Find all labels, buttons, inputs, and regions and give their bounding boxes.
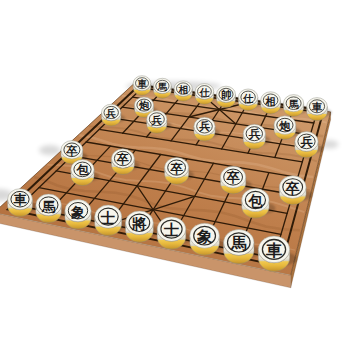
piece-character: 卒 (225, 170, 240, 185)
xiangqi-board[interactable]: 車馬相仕帥仕相馬炮車兵兵炮兵兵兵卒卒卒包卒卒車包馬象士將士象馬車 (0, 0, 350, 350)
piece-character: 兵 (249, 127, 261, 141)
piece-character: 卒 (65, 144, 78, 158)
piece-character: 包 (75, 163, 89, 177)
piece-character: 仕 (242, 92, 254, 104)
piece-character: 士 (100, 210, 115, 226)
piece-character: 炮 (278, 119, 291, 133)
piece-character: 士 (163, 221, 179, 239)
piece-character: 馬 (41, 198, 56, 214)
piece-character: 馬 (230, 234, 247, 253)
scene: 車馬相仕帥仕相馬炮車兵兵炮兵兵兵卒卒卒包卒卒車包馬象士將士象馬車 (0, 0, 350, 350)
piece-character: 車 (136, 78, 147, 89)
piece-character: 相 (177, 84, 188, 95)
piece-character: 象 (196, 227, 213, 246)
piece-character: 兵 (151, 114, 163, 126)
piece-character: 車 (312, 101, 323, 114)
piece-character: 象 (70, 204, 85, 220)
piece-character: 仕 (199, 87, 210, 98)
piece-character: 卒 (116, 152, 129, 166)
piece-character: 炮 (138, 100, 150, 111)
piece-character: 馬 (287, 98, 299, 110)
piece-character: 卒 (170, 161, 183, 176)
piece-character: 兵 (199, 120, 210, 133)
piece-character: 相 (264, 95, 275, 107)
piece-character: 將 (131, 215, 147, 232)
piece-character: 車 (266, 241, 283, 260)
piece-character: 兵 (105, 107, 116, 119)
piece-character: 卒 (285, 180, 300, 196)
piece-character: 車 (13, 192, 28, 207)
piece-character: 包 (247, 193, 263, 209)
piece-character: 兵 (299, 135, 313, 149)
piece-character: 帥 (221, 89, 231, 100)
piece-character: 馬 (157, 81, 167, 92)
